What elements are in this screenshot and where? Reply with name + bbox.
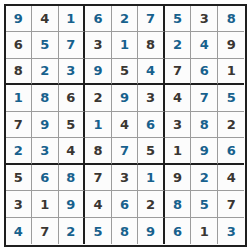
given-digit: 4	[120, 118, 129, 131]
cell-r2c3[interactable]: 7	[59, 32, 86, 59]
cell-r2c2[interactable]: 5	[32, 32, 59, 59]
filled-digit: 2	[14, 144, 23, 157]
filled-digit: 2	[200, 171, 209, 184]
cell-r1c3[interactable]: 1	[59, 6, 86, 33]
filled-digit: 4	[14, 225, 23, 238]
cell-r4c5[interactable]: 9	[112, 85, 139, 112]
given-digit: 8	[93, 144, 102, 157]
given-digit: 2	[93, 91, 102, 104]
given-digit: 7	[93, 171, 102, 184]
filled-digit: 6	[200, 64, 209, 77]
filled-digit: 2	[66, 225, 75, 238]
cell-r7c2[interactable]: 6	[32, 165, 59, 192]
given-digit: 5	[66, 118, 75, 131]
filled-digit: 6	[173, 225, 182, 238]
cell-r3c5[interactable]: 5	[112, 59, 139, 86]
filled-digit: 9	[14, 12, 23, 25]
cell-r1c1[interactable]: 9	[6, 6, 33, 33]
cell-r4c3[interactable]: 6	[59, 85, 86, 112]
given-digit: 5	[120, 64, 129, 77]
cell-r6c5[interactable]: 7	[112, 138, 139, 165]
filled-digit: 1	[14, 91, 23, 104]
cell-r6c8[interactable]: 9	[191, 138, 218, 165]
given-digit: 1	[173, 144, 182, 157]
cell-r5c2[interactable]: 9	[32, 112, 59, 139]
filled-digit: 7	[146, 12, 155, 25]
cell-r9c2[interactable]: 7	[32, 218, 59, 245]
cell-r8c5[interactable]: 6	[112, 191, 139, 218]
sudoku-page: 9416275386573182498239547611862934757951…	[0, 0, 250, 250]
cell-r4c6[interactable]: 3	[138, 85, 165, 112]
cell-r6c1[interactable]: 2	[6, 138, 33, 165]
cell-r3c1[interactable]: 8	[6, 59, 33, 86]
given-digit: 7	[40, 225, 49, 238]
cell-r7c8[interactable]: 2	[191, 165, 218, 192]
cell-r2c4[interactable]: 3	[85, 32, 112, 59]
cell-r7c7[interactable]: 9	[165, 165, 192, 192]
given-digit: 3	[200, 12, 209, 25]
cell-r9c7[interactable]: 6	[165, 218, 192, 245]
cell-r2c7[interactable]: 2	[165, 32, 192, 59]
cell-r2c1[interactable]: 6	[6, 32, 33, 59]
filled-digit: 6	[40, 171, 49, 184]
given-digit: 9	[173, 171, 182, 184]
cell-r9c1[interactable]: 4	[6, 218, 33, 245]
cell-r4c1[interactable]: 1	[6, 85, 33, 112]
given-digit: 3	[120, 171, 129, 184]
cell-r5c3[interactable]: 5	[59, 112, 86, 139]
cell-r6c2[interactable]: 3	[32, 138, 59, 165]
cell-r1c9[interactable]: 8	[218, 6, 245, 33]
filled-digit: 9	[40, 118, 49, 131]
cell-r6c3[interactable]: 4	[59, 138, 86, 165]
cell-r1c5[interactable]: 2	[112, 6, 139, 33]
filled-digit: 1	[66, 12, 75, 25]
given-digit: 7	[14, 118, 23, 131]
filled-digit: 9	[200, 144, 209, 157]
filled-digit: 8	[227, 12, 236, 25]
cell-r4c8[interactable]: 7	[191, 85, 218, 112]
given-digit: 7	[227, 198, 236, 211]
cell-r8c6[interactable]: 2	[138, 191, 165, 218]
filled-digit: 4	[146, 64, 155, 77]
filled-digit: 8	[120, 225, 129, 238]
filled-digit: 3	[227, 225, 236, 238]
cell-r3c4[interactable]: 9	[85, 59, 112, 86]
cell-r7c3[interactable]: 8	[59, 165, 86, 192]
filled-digit: 6	[146, 118, 155, 131]
given-digit: 7	[173, 64, 182, 77]
given-digit: 6	[14, 38, 23, 51]
cell-r7c6[interactable]: 1	[138, 165, 165, 192]
filled-digit: 4	[200, 38, 209, 51]
given-digit: 8	[146, 38, 155, 51]
filled-digit: 2	[120, 12, 129, 25]
filled-digit: 9	[146, 225, 155, 238]
filled-digit: 9	[66, 198, 75, 211]
given-digit: 1	[40, 198, 49, 211]
cell-r2c8[interactable]: 4	[191, 32, 218, 59]
filled-digit: 7	[120, 144, 129, 157]
filled-digit: 6	[227, 144, 236, 157]
given-digit: 5	[14, 171, 23, 184]
cell-r8c1[interactable]: 3	[6, 191, 33, 218]
cell-r1c2[interactable]: 4	[32, 6, 59, 33]
given-digit: 2	[227, 118, 236, 131]
given-digit: 4	[93, 198, 102, 211]
cell-r4c4[interactable]: 2	[85, 85, 112, 112]
given-digit: 4	[40, 12, 49, 25]
given-digit: 9	[227, 38, 236, 51]
cell-r7c1[interactable]: 5	[6, 165, 33, 192]
given-digit: 4	[66, 144, 75, 157]
filled-digit: 8	[40, 91, 49, 104]
filled-digit: 9	[93, 64, 102, 77]
cell-r8c8[interactable]: 5	[191, 191, 218, 218]
filled-digit: 6	[120, 198, 129, 211]
filled-digit: 5	[227, 91, 236, 104]
cell-r5c6[interactable]: 6	[138, 112, 165, 139]
given-digit: 6	[66, 91, 75, 104]
filled-digit: 8	[66, 171, 75, 184]
given-digit: 8	[14, 64, 23, 77]
sudoku-board: 9416275386573182498239547611862934757951…	[4, 4, 247, 247]
given-digit: 5	[146, 144, 155, 157]
filled-digit: 1	[146, 171, 155, 184]
cell-r7c9[interactable]: 4	[218, 165, 245, 192]
cell-r4c2[interactable]: 8	[32, 85, 59, 112]
given-digit: 1	[227, 64, 236, 77]
cell-r9c8[interactable]: 1	[191, 218, 218, 245]
filled-digit: 8	[173, 198, 182, 211]
filled-digit: 1	[120, 38, 129, 51]
filled-digit: 9	[120, 91, 129, 104]
filled-digit: 2	[173, 38, 182, 51]
filled-digit: 3	[40, 144, 49, 157]
cell-r3c2[interactable]: 2	[32, 59, 59, 86]
cell-r9c4[interactable]: 5	[85, 218, 112, 245]
given-digit: 2	[146, 198, 155, 211]
cell-r7c4[interactable]: 7	[85, 165, 112, 192]
cell-r3c7[interactable]: 7	[165, 59, 192, 86]
cell-r9c9[interactable]: 3	[218, 218, 245, 245]
cell-r6c7[interactable]: 1	[165, 138, 192, 165]
cell-r2c5[interactable]: 1	[112, 32, 139, 59]
cell-r4c7[interactable]: 4	[165, 85, 192, 112]
cell-r8c9[interactable]: 7	[218, 191, 245, 218]
filled-digit: 2	[40, 64, 49, 77]
filled-digit: 3	[66, 64, 75, 77]
given-digit: 1	[200, 225, 209, 238]
cell-r5c7[interactable]: 3	[165, 112, 192, 139]
cell-r5c1[interactable]: 7	[6, 112, 33, 139]
given-digit: 4	[173, 91, 182, 104]
cell-r5c9[interactable]: 2	[218, 112, 245, 139]
filled-digit: 5	[40, 38, 49, 51]
cell-r3c8[interactable]: 6	[191, 59, 218, 86]
cell-r1c6[interactable]: 7	[138, 6, 165, 33]
cell-r8c2[interactable]: 1	[32, 191, 59, 218]
cell-r6c9[interactable]: 6	[218, 138, 245, 165]
cell-r2c6[interactable]: 8	[138, 32, 165, 59]
cell-r7c5[interactable]: 3	[112, 165, 139, 192]
given-digit: 3	[146, 91, 155, 104]
filled-digit: 8	[200, 118, 209, 131]
filled-digit: 7	[66, 38, 75, 51]
filled-digit: 6	[93, 12, 102, 25]
filled-digit: 5	[173, 12, 182, 25]
given-digit: 3	[93, 38, 102, 51]
cell-r6c4[interactable]: 8	[85, 138, 112, 165]
filled-digit: 1	[93, 118, 102, 131]
given-digit: 3	[173, 118, 182, 131]
cell-r9c3[interactable]: 2	[59, 218, 86, 245]
cell-r8c4[interactable]: 4	[85, 191, 112, 218]
cell-r2c9[interactable]: 9	[218, 32, 245, 59]
cell-r3c6[interactable]: 4	[138, 59, 165, 86]
cell-r3c9[interactable]: 1	[218, 59, 245, 86]
cell-r9c5[interactable]: 8	[112, 218, 139, 245]
cell-r6c6[interactable]: 5	[138, 138, 165, 165]
cell-r1c8[interactable]: 3	[191, 6, 218, 33]
cell-r8c7[interactable]: 8	[165, 191, 192, 218]
filled-digit: 7	[200, 91, 209, 104]
cell-r5c5[interactable]: 4	[112, 112, 139, 139]
filled-digit: 5	[93, 225, 102, 238]
cell-r5c8[interactable]: 8	[191, 112, 218, 139]
cell-r3c3[interactable]: 3	[59, 59, 86, 86]
cell-r8c3[interactable]: 9	[59, 191, 86, 218]
cell-r9c6[interactable]: 9	[138, 218, 165, 245]
cell-r1c7[interactable]: 5	[165, 6, 192, 33]
given-digit: 3	[14, 198, 23, 211]
filled-digit: 5	[200, 198, 209, 211]
given-digit: 4	[227, 171, 236, 184]
cell-r1c4[interactable]: 6	[85, 6, 112, 33]
cell-r5c4[interactable]: 1	[85, 112, 112, 139]
cell-r4c9[interactable]: 5	[218, 85, 245, 112]
